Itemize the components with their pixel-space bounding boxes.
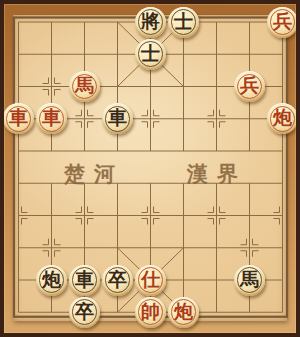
piece-glyph: 帥 — [141, 302, 160, 321]
piece-red-chariot[interactable]: 車 — [36, 103, 67, 134]
piece-black-chariot[interactable]: 車 — [69, 265, 100, 296]
piece-red-pawn[interactable]: 兵 — [267, 7, 298, 38]
piece-glyph: 炮 — [42, 270, 61, 289]
piece-glyph: 炮 — [273, 108, 292, 127]
piece-glyph: 士 — [141, 44, 160, 63]
piece-glyph: 馬 — [240, 270, 259, 289]
piece-black-chariot[interactable]: 車 — [102, 103, 133, 134]
piece-red-chariot[interactable]: 車 — [3, 103, 34, 134]
piece-black-pawn[interactable]: 卒 — [102, 265, 133, 296]
piece-glyph: 炮 — [174, 302, 193, 321]
piece-glyph: 車 — [108, 108, 127, 127]
piece-glyph: 車 — [9, 108, 28, 127]
piece-glyph: 車 — [42, 108, 61, 127]
xiangqi-app-window: 楚河 漢界 將士兵士馬兵車車車炮炮車卒仕馬卒帥炮 — [0, 0, 300, 337]
piece-glyph: 兵 — [273, 12, 292, 31]
piece-glyph: 車 — [75, 270, 94, 289]
piece-glyph: 士 — [174, 12, 193, 31]
piece-red-advisor[interactable]: 仕 — [135, 265, 166, 296]
piece-glyph: 卒 — [108, 270, 127, 289]
piece-red-cannon[interactable]: 炮 — [168, 297, 199, 328]
piece-red-cannon[interactable]: 炮 — [267, 103, 298, 134]
piece-black-pawn[interactable]: 卒 — [69, 297, 100, 328]
piece-black-general[interactable]: 將 — [135, 7, 166, 38]
piece-glyph: 兵 — [240, 76, 259, 95]
piece-red-general[interactable]: 帥 — [135, 297, 166, 328]
piece-glyph: 卒 — [75, 302, 94, 321]
piece-black-advisor[interactable]: 士 — [168, 7, 199, 38]
piece-black-horse[interactable]: 馬 — [234, 265, 265, 296]
piece-black-advisor[interactable]: 士 — [135, 39, 166, 70]
piece-glyph: 馬 — [75, 76, 94, 95]
pieces-layer: 將士兵士馬兵車車車炮炮車卒仕馬卒帥炮 — [0, 0, 300, 337]
piece-glyph: 仕 — [141, 270, 160, 289]
piece-black-cannon[interactable]: 炮 — [36, 265, 67, 296]
piece-glyph: 將 — [141, 12, 160, 31]
piece-red-horse[interactable]: 馬 — [69, 71, 100, 102]
piece-red-pawn[interactable]: 兵 — [234, 71, 265, 102]
